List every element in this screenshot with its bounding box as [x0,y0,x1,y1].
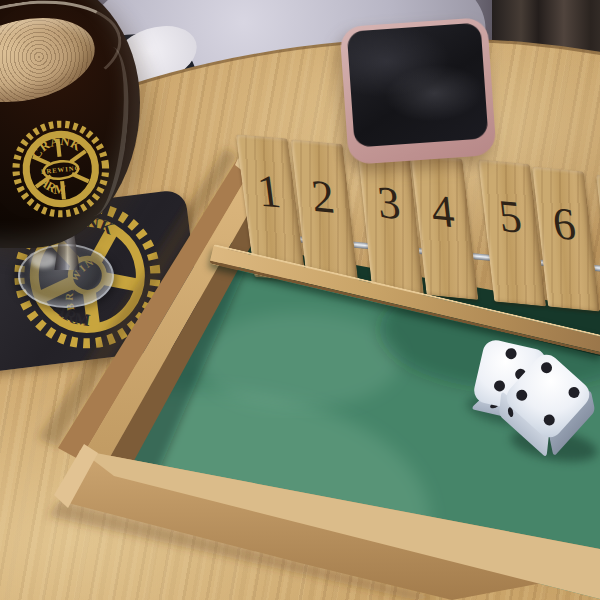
die-pip [505,347,518,360]
phone-screen [347,22,489,147]
glass-foot-glint [30,252,56,268]
tile-4-number: 4 [414,182,472,240]
tile-2-number: 2 [294,168,352,226]
die-pip [542,412,558,428]
tile-6-number: 6 [535,195,593,253]
smartphone [339,17,496,165]
die-pip [514,388,530,404]
tile-3-number: 3 [360,174,417,232]
die-pip [539,360,555,376]
die-pip [493,379,506,392]
tile-5-number: 5 [481,188,539,246]
tile-1-number: 1 [240,163,299,220]
die-pip [566,385,582,401]
brewery-gear-logo-icon: CRANK ARM BREWING [0,112,123,229]
felt-worn-ring [200,312,400,408]
